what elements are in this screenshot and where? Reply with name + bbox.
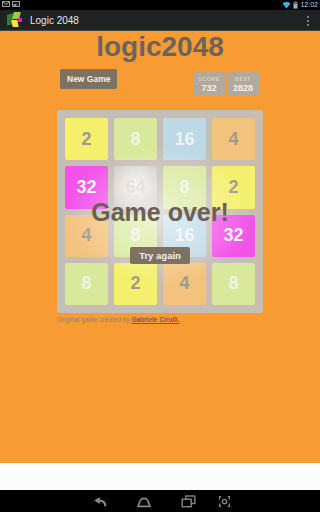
best-box: BEST 2828	[227, 72, 259, 95]
new-game-button[interactable]: New Game	[60, 69, 117, 89]
game-over-overlay: Game over! Try again	[57, 110, 263, 313]
screenshot-notification-icon	[12, 1, 20, 7]
score-value: 732	[201, 83, 216, 93]
home-icon[interactable]	[132, 490, 156, 512]
score-label: SCORE	[198, 76, 220, 82]
email-notification-icon	[2, 1, 10, 7]
action-bar: Logic 2048	[0, 10, 320, 31]
score-box: SCORE 732	[193, 72, 225, 95]
try-again-button[interactable]: Try again	[130, 247, 190, 264]
bottom-white-strip	[0, 463, 320, 490]
clock: 12:02	[300, 0, 318, 10]
action-bar-title: Logic 2048	[30, 15, 79, 26]
game-over-message: Game over!	[91, 198, 229, 226]
status-bar[interactable]: 12:02	[0, 0, 320, 10]
back-icon[interactable]	[88, 490, 112, 512]
screenshot-icon[interactable]	[212, 490, 236, 512]
app-logo-icon[interactable]	[7, 12, 23, 28]
battery-icon	[293, 1, 298, 9]
attribution-text: Original game created by Gabriele Cirull…	[57, 316, 179, 323]
app-content: logic2048 New Game SCORE 732 BEST 2828 2…	[0, 31, 320, 463]
page-title: logic2048	[0, 31, 320, 63]
recents-icon[interactable]	[176, 490, 200, 512]
navigation-bar	[0, 490, 320, 512]
wifi-icon	[282, 1, 291, 9]
attribution-prefix: Original game created by	[57, 316, 131, 323]
best-label: BEST	[235, 76, 251, 82]
best-value: 2828	[233, 83, 253, 93]
attribution-link[interactable]: Gabriele Cirulli.	[131, 316, 179, 323]
notification-icons	[2, 1, 20, 7]
overflow-menu-icon[interactable]	[300, 10, 316, 31]
